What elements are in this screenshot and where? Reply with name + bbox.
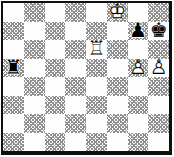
square-f1[interactable] <box>107 133 128 152</box>
square-c6[interactable] <box>45 40 66 59</box>
square-h5[interactable]: ♟♙ <box>148 59 169 78</box>
white-pawn-glyph: ♙ <box>148 58 169 77</box>
square-e3[interactable] <box>86 96 107 115</box>
black-pawn-glyph: ♟ <box>128 21 149 40</box>
square-e8[interactable] <box>86 3 107 22</box>
square-g2[interactable] <box>128 114 149 133</box>
square-c8[interactable] <box>45 3 66 22</box>
white-pawn[interactable]: ♟♙ <box>128 59 149 78</box>
square-d5[interactable] <box>65 59 86 78</box>
square-f5[interactable] <box>107 59 128 78</box>
square-a8[interactable] <box>3 3 24 22</box>
square-h3[interactable] <box>148 96 169 115</box>
white-king[interactable]: ♚♔ <box>107 3 128 22</box>
square-b1[interactable] <box>24 133 45 152</box>
square-d1[interactable] <box>65 133 86 152</box>
square-h2[interactable] <box>148 114 169 133</box>
square-b4[interactable] <box>24 77 45 96</box>
square-b3[interactable] <box>24 96 45 115</box>
square-c7[interactable] <box>45 22 66 41</box>
chess-diagram: ♚♔♟♚♜♖♜♟♙♟♙ <box>0 0 174 157</box>
square-f2[interactable] <box>107 114 128 133</box>
white-king-glyph: ♔ <box>107 2 128 21</box>
square-h7[interactable]: ♚ <box>148 22 169 41</box>
square-b2[interactable] <box>24 114 45 133</box>
black-pawn[interactable]: ♟ <box>128 22 149 41</box>
square-a1[interactable] <box>3 133 24 152</box>
square-c1[interactable] <box>45 133 66 152</box>
square-a2[interactable] <box>3 114 24 133</box>
square-d6[interactable] <box>65 40 86 59</box>
square-f6[interactable] <box>107 40 128 59</box>
square-a5[interactable]: ♜ <box>3 59 24 78</box>
square-d2[interactable] <box>65 114 86 133</box>
square-g1[interactable] <box>128 133 149 152</box>
square-f4[interactable] <box>107 77 128 96</box>
square-c5[interactable] <box>45 59 66 78</box>
square-g3[interactable] <box>128 96 149 115</box>
white-pawn-glyph: ♙ <box>128 58 149 77</box>
square-f3[interactable] <box>107 96 128 115</box>
square-c3[interactable] <box>45 96 66 115</box>
square-b5[interactable] <box>24 59 45 78</box>
black-rook-glyph: ♜ <box>3 58 24 77</box>
black-rook[interactable]: ♜ <box>3 59 24 78</box>
square-e4[interactable] <box>86 77 107 96</box>
square-a4[interactable] <box>3 77 24 96</box>
square-c4[interactable] <box>45 77 66 96</box>
square-d4[interactable] <box>65 77 86 96</box>
square-a3[interactable] <box>3 96 24 115</box>
black-king-glyph: ♚ <box>148 21 169 40</box>
square-d8[interactable] <box>65 3 86 22</box>
square-h1[interactable] <box>148 133 169 152</box>
square-h4[interactable] <box>148 77 169 96</box>
square-b6[interactable] <box>24 40 45 59</box>
square-b8[interactable] <box>24 3 45 22</box>
square-c2[interactable] <box>45 114 66 133</box>
square-g4[interactable] <box>128 77 149 96</box>
square-f7[interactable] <box>107 22 128 41</box>
square-b7[interactable] <box>24 22 45 41</box>
square-e5[interactable] <box>86 59 107 78</box>
square-a7[interactable] <box>3 22 24 41</box>
square-g7[interactable]: ♟ <box>128 22 149 41</box>
square-f8[interactable]: ♚♔ <box>107 3 128 22</box>
white-pawn[interactable]: ♟♙ <box>148 59 169 78</box>
white-rook-glyph: ♖ <box>86 39 107 58</box>
square-d7[interactable] <box>65 22 86 41</box>
square-d3[interactable] <box>65 96 86 115</box>
chess-board: ♚♔♟♚♜♖♜♟♙♟♙ <box>1 1 172 155</box>
square-e1[interactable] <box>86 133 107 152</box>
square-e6[interactable]: ♜♖ <box>86 40 107 59</box>
square-e2[interactable] <box>86 114 107 133</box>
white-rook[interactable]: ♜♖ <box>86 40 107 59</box>
square-g5[interactable]: ♟♙ <box>128 59 149 78</box>
black-king[interactable]: ♚ <box>148 22 169 41</box>
